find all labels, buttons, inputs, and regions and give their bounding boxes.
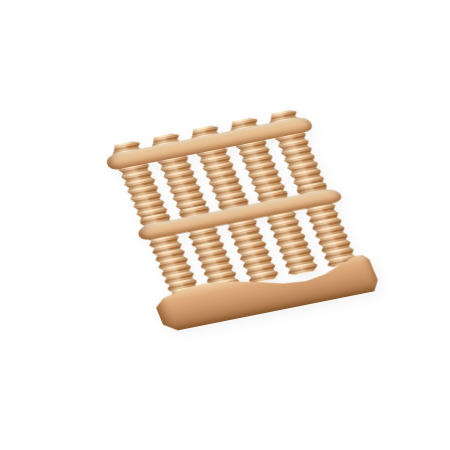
foot-massage-roller [104, 114, 389, 333]
product-photo [0, 0, 450, 450]
